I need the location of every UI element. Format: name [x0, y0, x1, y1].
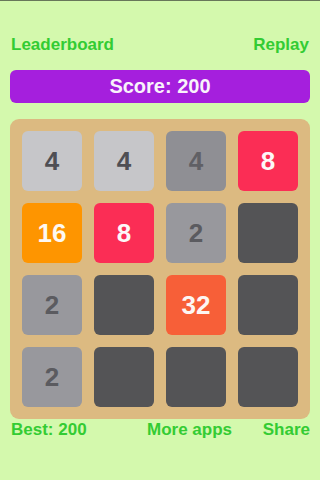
- more-apps-button[interactable]: More apps: [147, 420, 232, 440]
- replay-button[interactable]: Replay: [253, 35, 309, 55]
- tile-32: 32: [166, 275, 226, 335]
- empty-cell: [166, 347, 226, 407]
- empty-cell: [238, 347, 298, 407]
- tile-2: 2: [166, 203, 226, 263]
- tile-8: 8: [94, 203, 154, 263]
- leaderboard-button[interactable]: Leaderboard: [11, 35, 114, 55]
- share-button[interactable]: Share: [263, 420, 310, 440]
- tile-16: 16: [22, 203, 82, 263]
- tile-8: 8: [238, 131, 298, 191]
- empty-cell: [238, 203, 298, 263]
- tile-4: 4: [166, 131, 226, 191]
- best-score-label: Best: 200: [11, 420, 87, 440]
- score-bar: Score: 200: [10, 70, 310, 103]
- top-nav: Leaderboard Replay: [0, 35, 320, 55]
- empty-cell: [94, 347, 154, 407]
- board[interactable]: 444816822322: [10, 119, 310, 419]
- bottom-bar: Best: 200 More apps Share: [0, 418, 320, 442]
- tile-2: 2: [22, 275, 82, 335]
- tile-4: 4: [22, 131, 82, 191]
- tile-4: 4: [94, 131, 154, 191]
- app-screen: { "game": "2048", "position": "4 4 4 8 /…: [0, 0, 320, 480]
- tile-2: 2: [22, 347, 82, 407]
- empty-cell: [238, 275, 298, 335]
- empty-cell: [94, 275, 154, 335]
